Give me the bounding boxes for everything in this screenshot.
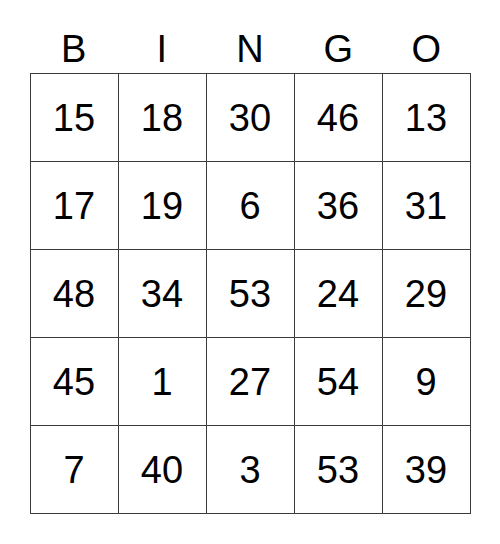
column-header-i: I xyxy=(118,30,206,73)
bingo-cell-r5c3[interactable]: 3 xyxy=(207,426,295,514)
bingo-cell-r1c5[interactable]: 13 xyxy=(383,74,471,162)
column-header-b: B xyxy=(30,30,118,73)
bingo-card: B I N G O 15 18 30 46 13 17 19 6 36 31 4… xyxy=(30,0,471,514)
bingo-cell-r3c3[interactable]: 53 xyxy=(207,250,295,338)
column-header-g: G xyxy=(294,30,382,73)
bingo-grid: 15 18 30 46 13 17 19 6 36 31 48 34 53 24… xyxy=(30,73,471,514)
bingo-cell-r4c1[interactable]: 45 xyxy=(31,338,119,426)
column-header-o: O xyxy=(382,30,470,73)
bingo-cell-r2c1[interactable]: 17 xyxy=(31,162,119,250)
bingo-cell-r1c1[interactable]: 15 xyxy=(31,74,119,162)
bingo-cell-r1c2[interactable]: 18 xyxy=(119,74,207,162)
column-header-n: N xyxy=(206,30,294,73)
bingo-cell-r3c5[interactable]: 29 xyxy=(383,250,471,338)
bingo-cell-r5c5[interactable]: 39 xyxy=(383,426,471,514)
bingo-cell-r4c3[interactable]: 27 xyxy=(207,338,295,426)
bingo-cell-r3c2[interactable]: 34 xyxy=(119,250,207,338)
bingo-cell-r4c5[interactable]: 9 xyxy=(383,338,471,426)
bingo-cell-r1c3[interactable]: 30 xyxy=(207,74,295,162)
bingo-cell-r3c4[interactable]: 24 xyxy=(295,250,383,338)
bingo-cell-r3c1[interactable]: 48 xyxy=(31,250,119,338)
bingo-cell-r5c4[interactable]: 53 xyxy=(295,426,383,514)
bingo-cell-r1c4[interactable]: 46 xyxy=(295,74,383,162)
bingo-header-row: B I N G O xyxy=(30,0,471,73)
bingo-cell-r2c4[interactable]: 36 xyxy=(295,162,383,250)
bingo-cell-r2c2[interactable]: 19 xyxy=(119,162,207,250)
bingo-cell-r5c2[interactable]: 40 xyxy=(119,426,207,514)
bingo-cell-r4c4[interactable]: 54 xyxy=(295,338,383,426)
bingo-cell-r2c5[interactable]: 31 xyxy=(383,162,471,250)
bingo-cell-r5c1[interactable]: 7 xyxy=(31,426,119,514)
bingo-cell-r4c2[interactable]: 1 xyxy=(119,338,207,426)
bingo-cell-r2c3[interactable]: 6 xyxy=(207,162,295,250)
